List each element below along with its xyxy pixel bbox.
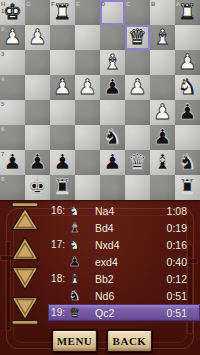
square-d2[interactable] bbox=[100, 25, 125, 50]
square-e3[interactable] bbox=[75, 50, 100, 75]
square-f4[interactable]: ♟ bbox=[50, 75, 75, 100]
square-f8[interactable]: ♜ bbox=[50, 175, 75, 200]
square-g8[interactable]: ♚ bbox=[25, 175, 50, 200]
rank-label: 5 bbox=[1, 101, 4, 107]
move-row[interactable]: 18:♝Bb20:12 bbox=[48, 270, 200, 287]
move-text: Nxd4 bbox=[95, 239, 167, 251]
move-row[interactable]: 16:♞Na41:08 bbox=[48, 202, 200, 219]
move-text: exd4 bbox=[95, 256, 167, 268]
square-b8[interactable] bbox=[150, 175, 175, 200]
white-king-piece[interactable]: ♚ bbox=[0, 0, 25, 25]
back-button[interactable]: BACK bbox=[107, 330, 152, 352]
go-to-start-button[interactable] bbox=[9, 202, 41, 231]
white-knight-icon: ♞ bbox=[65, 202, 84, 219]
square-e8[interactable] bbox=[75, 175, 100, 200]
black-pawn-piece[interactable]: ♟ bbox=[150, 125, 175, 150]
white-rook-piece[interactable]: ♜ bbox=[175, 0, 200, 25]
move-text: Bd4 bbox=[95, 222, 167, 234]
square-d8[interactable] bbox=[100, 175, 125, 200]
black-pawn-piece[interactable]: ♟ bbox=[50, 150, 75, 175]
square-g5[interactable] bbox=[25, 100, 50, 125]
move-number: 18: bbox=[48, 273, 65, 284]
white-pawn-piece[interactable]: ♟ bbox=[125, 75, 150, 100]
move-row[interactable]: ♞Nd60:51 bbox=[48, 287, 200, 304]
move-number: 19: bbox=[48, 307, 65, 318]
white-pawn-piece[interactable]: ♟ bbox=[150, 100, 175, 125]
step-forward-button[interactable] bbox=[9, 266, 41, 291]
move-time: 0:51 bbox=[167, 307, 200, 319]
black-rook-piece[interactable]: ♜ bbox=[175, 175, 200, 200]
square-a4[interactable]: ♞ bbox=[175, 75, 200, 100]
move-nav-controls bbox=[9, 202, 41, 330]
skip-to-start-icon bbox=[9, 202, 41, 231]
arrow-up-icon bbox=[9, 236, 41, 261]
chess-board: H1♚GF♜EDCBA♜2♟♟♛♝3♝♟4♟♟♟♟♞5♟♟6♞♟7♟♟♟♟♛♝♞… bbox=[0, 0, 200, 200]
black-queen-piece[interactable]: ♛ bbox=[125, 150, 150, 175]
move-time: 0:16 bbox=[167, 239, 200, 251]
move-row[interactable]: ♟exd40:40 bbox=[48, 253, 200, 270]
square-b5[interactable]: ♟ bbox=[150, 100, 175, 125]
move-text: Qc2 bbox=[95, 307, 167, 319]
square-a5[interactable]: ♟ bbox=[175, 100, 200, 125]
square-f2[interactable] bbox=[50, 25, 75, 50]
square-f5[interactable] bbox=[50, 100, 75, 125]
move-text: Na4 bbox=[95, 205, 167, 217]
square-a6[interactable] bbox=[175, 125, 200, 150]
square-d1[interactable]: D bbox=[100, 0, 125, 25]
move-number: 16: bbox=[48, 205, 65, 216]
square-c3[interactable] bbox=[125, 50, 150, 75]
square-e5[interactable] bbox=[75, 100, 100, 125]
move-time: 1:08 bbox=[167, 205, 200, 217]
rank-label: 3 bbox=[1, 51, 4, 57]
square-d7[interactable]: ♟ bbox=[100, 150, 125, 175]
square-e4[interactable]: ♟ bbox=[75, 75, 100, 100]
square-g7[interactable]: ♟ bbox=[25, 150, 50, 175]
move-row[interactable]: 19:♛Qc20:51 bbox=[48, 304, 200, 321]
white-bishop-piece[interactable]: ♝ bbox=[100, 50, 125, 75]
white-bishop-icon: ♝ bbox=[65, 270, 84, 287]
square-c1[interactable]: C bbox=[125, 0, 150, 25]
square-g4[interactable] bbox=[25, 75, 50, 100]
black-knight-piece[interactable]: ♞ bbox=[175, 150, 200, 175]
rank-label: 4 bbox=[1, 76, 4, 82]
square-g1[interactable]: G bbox=[25, 0, 50, 25]
square-f1[interactable]: F♜ bbox=[50, 0, 75, 25]
black-king-piece[interactable]: ♚ bbox=[25, 175, 50, 200]
square-h3[interactable]: 3 bbox=[0, 50, 25, 75]
black-knight-piece[interactable]: ♞ bbox=[100, 125, 125, 150]
square-b6[interactable]: ♟ bbox=[150, 125, 175, 150]
square-c2[interactable]: ♛ bbox=[125, 25, 150, 50]
move-time: 0:51 bbox=[167, 290, 200, 302]
white-rook-piece[interactable]: ♜ bbox=[50, 0, 75, 25]
white-queen-piece[interactable]: ♛ bbox=[125, 25, 150, 50]
square-h2[interactable]: 2♟ bbox=[0, 25, 25, 50]
move-row[interactable]: 17:♞Nxd40:16 bbox=[48, 236, 200, 253]
square-h5[interactable]: 5 bbox=[0, 100, 25, 125]
square-f3[interactable] bbox=[50, 50, 75, 75]
move-time: 0:40 bbox=[167, 256, 200, 268]
rank-label: 8 bbox=[1, 176, 4, 182]
black-bishop-icon: ♝ bbox=[65, 219, 84, 236]
square-e1[interactable]: E bbox=[75, 0, 100, 25]
square-d6[interactable]: ♞ bbox=[100, 125, 125, 150]
go-to-end-button[interactable] bbox=[9, 296, 41, 325]
square-h6[interactable]: 6 bbox=[0, 125, 25, 150]
square-c4[interactable]: ♟ bbox=[125, 75, 150, 100]
square-g6[interactable] bbox=[25, 125, 50, 150]
square-h4[interactable]: 4 bbox=[0, 75, 25, 100]
arrow-down-icon bbox=[9, 266, 41, 291]
black-bishop-piece[interactable]: ♝ bbox=[150, 150, 175, 175]
square-a7[interactable]: ♞ bbox=[175, 150, 200, 175]
square-f6[interactable] bbox=[50, 125, 75, 150]
square-c8[interactable] bbox=[125, 175, 150, 200]
move-text: Bb2 bbox=[95, 273, 167, 285]
square-c6[interactable] bbox=[125, 125, 150, 150]
black-pawn-piece[interactable]: ♟ bbox=[175, 100, 200, 125]
square-a3[interactable]: ♟ bbox=[175, 50, 200, 75]
rank-label: 6 bbox=[1, 126, 4, 132]
file-label: G bbox=[26, 1, 31, 7]
square-a8[interactable]: ♜ bbox=[175, 175, 200, 200]
file-label: B bbox=[151, 1, 155, 7]
white-queen-icon: ♛ bbox=[65, 304, 84, 321]
black-pawn-icon: ♟ bbox=[65, 253, 84, 270]
square-b3[interactable] bbox=[150, 50, 175, 75]
move-row[interactable]: ♝Bd40:19 bbox=[48, 219, 200, 236]
menu-button[interactable]: MENU bbox=[52, 330, 97, 352]
white-bishop-piece[interactable]: ♝ bbox=[150, 25, 175, 50]
square-e7[interactable] bbox=[75, 150, 100, 175]
step-back-button[interactable] bbox=[9, 236, 41, 261]
square-d3[interactable]: ♝ bbox=[100, 50, 125, 75]
chess-app-screen: H1♚GF♜EDCBA♜2♟♟♛♝3♝♟4♟♟♟♟♞5♟♟6♞♟7♟♟♟♟♛♝♞… bbox=[0, 0, 200, 355]
move-text: Nd6 bbox=[95, 290, 167, 302]
square-b2[interactable]: ♝ bbox=[150, 25, 175, 50]
black-pawn-piece[interactable]: ♟ bbox=[25, 150, 50, 175]
white-pawn-piece[interactable]: ♟ bbox=[0, 25, 25, 50]
black-knight-icon: ♞ bbox=[65, 287, 84, 304]
black-pawn-piece[interactable]: ♟ bbox=[0, 150, 25, 175]
white-pawn-piece[interactable]: ♟ bbox=[25, 25, 50, 50]
square-h7[interactable]: 7♟ bbox=[0, 150, 25, 175]
square-b1[interactable]: B bbox=[150, 0, 175, 25]
square-g2[interactable]: ♟ bbox=[25, 25, 50, 50]
black-rook-piece[interactable]: ♜ bbox=[50, 175, 75, 200]
square-c7[interactable]: ♛ bbox=[125, 150, 150, 175]
square-c5[interactable] bbox=[125, 100, 150, 125]
move-time: 0:19 bbox=[167, 222, 200, 234]
square-e6[interactable] bbox=[75, 125, 100, 150]
square-b7[interactable]: ♝ bbox=[150, 150, 175, 175]
black-pawn-piece[interactable]: ♟ bbox=[100, 75, 125, 100]
square-g3[interactable] bbox=[25, 50, 50, 75]
move-number: 17: bbox=[48, 239, 65, 250]
white-knight-icon: ♞ bbox=[65, 236, 84, 253]
white-pawn-piece[interactable]: ♟ bbox=[50, 75, 75, 100]
move-time: 0:12 bbox=[167, 273, 200, 285]
square-b4[interactable] bbox=[150, 75, 175, 100]
square-a1[interactable]: A♜ bbox=[175, 0, 200, 25]
square-d4[interactable]: ♟ bbox=[100, 75, 125, 100]
square-e2[interactable] bbox=[75, 25, 100, 50]
black-pawn-piece[interactable]: ♟ bbox=[100, 150, 125, 175]
square-h8[interactable]: 8 bbox=[0, 175, 25, 200]
skip-to-end-icon bbox=[9, 296, 41, 325]
square-a2[interactable] bbox=[175, 25, 200, 50]
white-knight-piece[interactable]: ♞ bbox=[175, 75, 200, 100]
file-label: E bbox=[76, 1, 80, 7]
white-pawn-piece[interactable]: ♟ bbox=[175, 50, 200, 75]
move-list: 16:♞Na41:08♝Bd40:1917:♞Nxd40:16♟exd40:40… bbox=[48, 202, 200, 321]
white-pawn-piece[interactable]: ♟ bbox=[75, 75, 100, 100]
file-label: C bbox=[126, 1, 130, 7]
file-label: D bbox=[101, 1, 105, 7]
square-f7[interactable]: ♟ bbox=[50, 150, 75, 175]
square-d5[interactable] bbox=[100, 100, 125, 125]
square-h1[interactable]: H1♚ bbox=[0, 0, 25, 25]
